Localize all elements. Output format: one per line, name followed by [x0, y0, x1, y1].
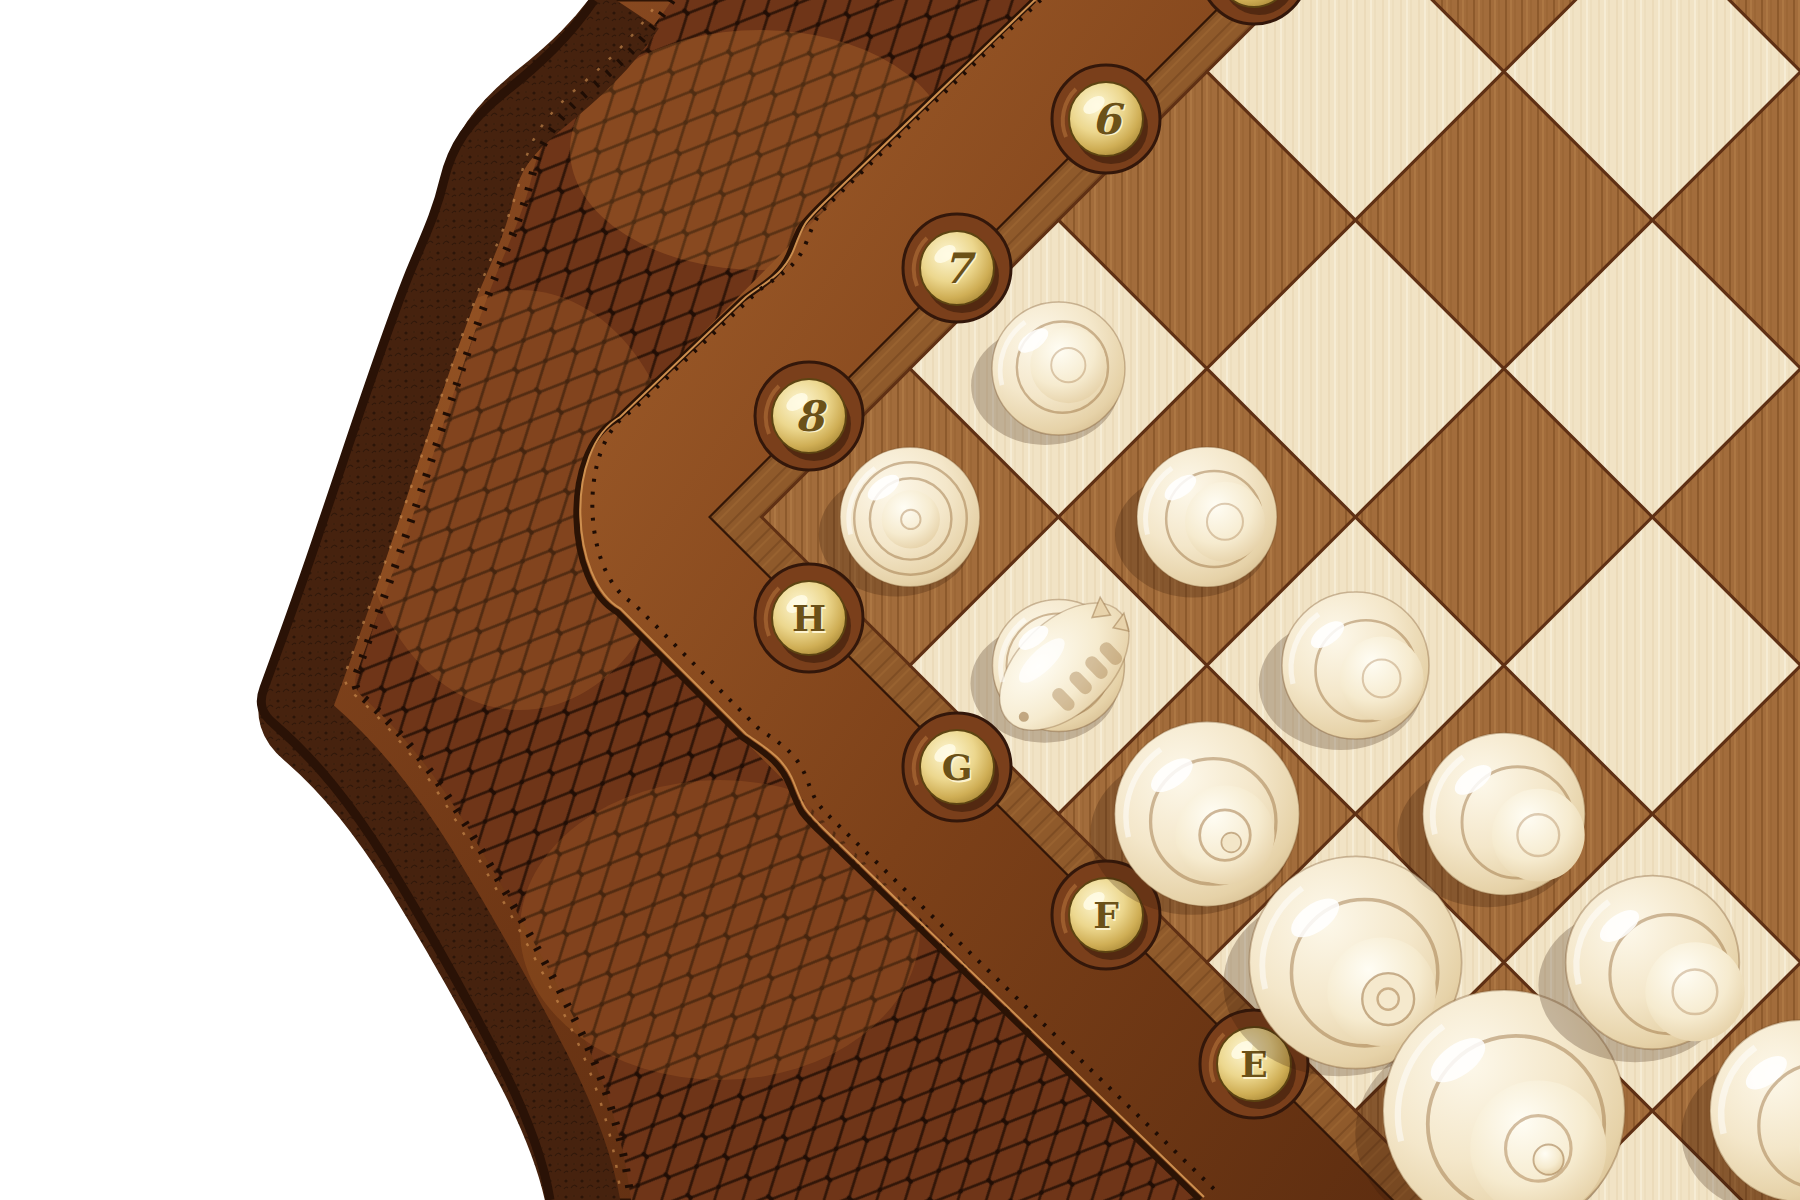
coord-label: H — [792, 597, 826, 639]
coord-label: 8 — [794, 392, 827, 441]
chess-board-photo: 55667788HHGGFFEE — [0, 0, 1800, 1200]
coord-label: 7 — [942, 244, 976, 293]
coord-label: F — [1093, 894, 1119, 936]
coord-button-8: 88 — [755, 362, 863, 470]
photo-canvas: 55667788HHGGFFEE — [0, 0, 1800, 1200]
coord-button-7: 77 — [903, 214, 1011, 322]
coord-label: 6 — [1091, 95, 1124, 144]
coord-button-6: 66 — [1052, 65, 1160, 173]
coord-label: G — [942, 746, 973, 788]
coord-button-G: GG — [903, 713, 1011, 821]
